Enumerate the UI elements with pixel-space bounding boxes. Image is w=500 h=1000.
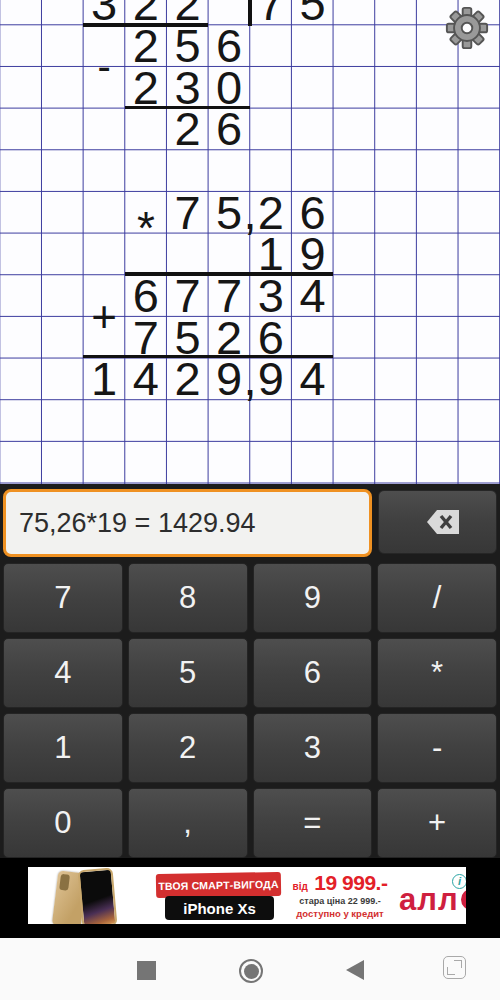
ad-price-prefix: від <box>293 881 308 892</box>
calculator-panel: 75,26*19 = 1429.94 789/456*123-0,=+ <box>0 484 500 858</box>
key-8[interactable]: 8 <box>128 563 248 633</box>
key-1[interactable]: 1 <box>3 713 123 783</box>
recents-square-icon[interactable] <box>137 961 156 980</box>
worksheet-line <box>125 106 250 109</box>
key-0[interactable]: 0 <box>3 788 123 858</box>
worksheet-digit: 6 <box>208 108 250 150</box>
allo-brand-logo: алл <box>399 884 466 915</box>
backspace-button[interactable] <box>378 490 497 554</box>
expression-display[interactable]: 75,26*19 = 1429.94 <box>3 489 372 557</box>
key-3[interactable]: 3 <box>253 713 373 783</box>
key-2[interactable]: 2 <box>128 713 248 783</box>
key-5[interactable]: 5 <box>128 638 248 708</box>
key-minus[interactable]: - <box>377 713 497 783</box>
key-4[interactable]: 4 <box>3 638 123 708</box>
phone-screen: 32275256-23026*75,261967734+75261429,94 … <box>0 0 500 1000</box>
key-6[interactable]: 6 <box>253 638 373 708</box>
key-equals[interactable]: = <box>253 788 373 858</box>
ad-strip: ТВОЯ СМАРТ-ВИГОДА iPhone Xs від 19 999.-… <box>0 858 500 938</box>
worksheet-digit: 4 <box>125 358 167 400</box>
ad-headline-badge: ТВОЯ СМАРТ-ВИГОДА <box>156 872 281 898</box>
worksheet-digit: 1 <box>83 358 125 400</box>
worksheet-digit: 2 <box>167 108 209 150</box>
ad-product-badge: iPhone Xs <box>165 896 274 920</box>
worksheet-digit: 5 <box>292 0 334 25</box>
home-circle-icon[interactable] <box>239 959 263 983</box>
fullscreen-icon[interactable] <box>443 956 466 979</box>
worksheet-digit: 4 <box>292 275 334 317</box>
worksheet-line <box>83 23 208 26</box>
worksheet-digit: 7 <box>250 0 292 25</box>
allo-target-icon <box>461 889 466 910</box>
worksheet-line <box>248 0 251 26</box>
ad-info-icon[interactable]: i <box>452 874 466 889</box>
back-triangle-icon[interactable] <box>346 960 364 980</box>
worksheet-digit: 9 <box>250 358 292 400</box>
key-plus[interactable]: + <box>377 788 497 858</box>
gear-icon[interactable] <box>444 5 490 51</box>
key-comma[interactable]: , <box>128 788 248 858</box>
worksheet-line <box>83 355 333 358</box>
android-navbar <box>0 938 500 1000</box>
backspace-icon <box>415 507 461 537</box>
calculator-keypad: 789/456*123-0,=+ <box>3 563 497 858</box>
worksheet-sign: - <box>83 46 125 88</box>
worksheet-line <box>125 272 333 275</box>
worksheet-digit: 7 <box>167 192 209 234</box>
arithmetic-worksheet[interactable]: 32275256-23026*75,261967734+75261429,94 <box>0 0 500 484</box>
ad-old-price: стара ціна 22 999.- <box>284 897 396 906</box>
worksheet-digit: 2 <box>125 67 167 109</box>
ad-credit-note: доступно у кредит <box>284 909 396 919</box>
key-multiply[interactable]: * <box>377 638 497 708</box>
iphone-image <box>78 868 118 924</box>
worksheet-digit: 4 <box>292 358 334 400</box>
ad-banner[interactable]: ТВОЯ СМАРТ-ВИГОДА iPhone Xs від 19 999.-… <box>28 867 466 924</box>
worksheet-sign: * <box>125 208 167 250</box>
worksheet-digit: 3 <box>83 0 125 25</box>
worksheet-sign: + <box>83 296 125 338</box>
key-9[interactable]: 9 <box>253 563 373 633</box>
ad-price: 19 999.- <box>314 871 387 894</box>
worksheet-digit: 2 <box>167 358 209 400</box>
key-7[interactable]: 7 <box>3 563 123 633</box>
ad-price-block: від 19 999.- стара ціна 22 999.- доступн… <box>284 872 396 919</box>
key-divide[interactable]: / <box>377 563 497 633</box>
